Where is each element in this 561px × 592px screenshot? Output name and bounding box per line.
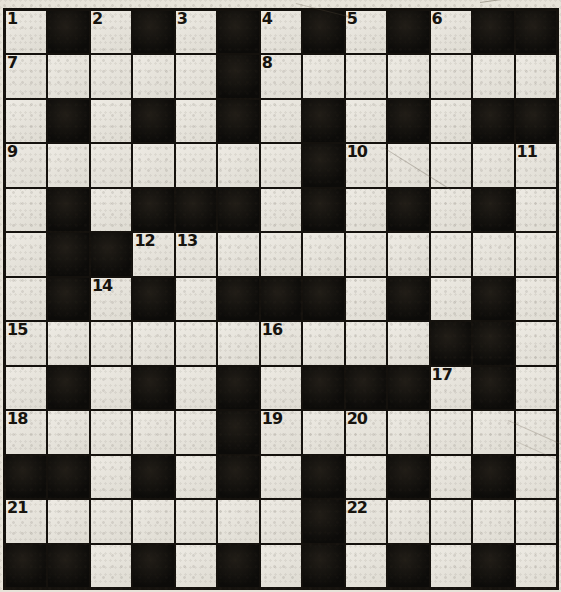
cell-r4c6[interactable] (218, 144, 258, 186)
cell-r13c3[interactable] (91, 545, 131, 587)
black-cell-r1c8 (303, 11, 343, 53)
black-cell-r4c8 (303, 144, 343, 186)
black-cell-r7c2 (48, 278, 88, 320)
black-cell-r7c8 (303, 278, 343, 320)
cell-r6c6[interactable] (218, 233, 258, 275)
black-cell-r13c10 (388, 545, 428, 587)
black-cell-r3c6 (218, 100, 258, 142)
clue-number-21: 21 (7, 499, 27, 517)
black-cell-r11c12 (473, 456, 513, 498)
cell-r1c11[interactable]: 6 (431, 11, 471, 53)
black-cell-r3c4 (133, 100, 173, 142)
black-cell-r7c4 (133, 278, 173, 320)
cell-r11c9[interactable] (346, 456, 386, 498)
cell-r1c7[interactable]: 4 (261, 11, 301, 53)
black-cell-r13c1 (6, 545, 46, 587)
cell-r5c13[interactable] (516, 189, 556, 231)
black-cell-r11c8 (303, 456, 343, 498)
cell-r2c7[interactable]: 8 (261, 55, 301, 97)
black-cell-r9c6 (218, 367, 258, 409)
clue-number-5: 5 (347, 10, 357, 28)
black-cell-r8c12 (473, 322, 513, 364)
clue-number-13: 13 (177, 232, 197, 250)
cell-r4c11[interactable] (431, 144, 471, 186)
cell-r6c12[interactable] (473, 233, 513, 275)
cell-r6c9[interactable] (346, 233, 386, 275)
cell-r2c8[interactable] (303, 55, 343, 97)
cell-r12c2[interactable] (48, 500, 88, 542)
cell-r7c1[interactable] (6, 278, 46, 320)
black-cell-r3c2 (48, 100, 88, 142)
black-cell-r9c2 (48, 367, 88, 409)
cell-r7c5[interactable] (176, 278, 216, 320)
cell-r12c4[interactable] (133, 500, 173, 542)
cell-r10c13[interactable] (516, 411, 556, 453)
cell-r4c9[interactable]: 10 (346, 144, 386, 186)
black-cell-r10c6 (218, 411, 258, 453)
cell-r8c9[interactable] (346, 322, 386, 364)
clue-number-12: 12 (134, 232, 154, 250)
black-cell-r6c2 (48, 233, 88, 275)
cell-r6c7[interactable] (261, 233, 301, 275)
cell-r9c5[interactable] (176, 367, 216, 409)
cell-r11c5[interactable] (176, 456, 216, 498)
cell-r3c7[interactable] (261, 100, 301, 142)
cell-r6c13[interactable] (516, 233, 556, 275)
cell-r3c5[interactable] (176, 100, 216, 142)
black-cell-r13c8 (303, 545, 343, 587)
cell-r10c10[interactable] (388, 411, 428, 453)
cell-r11c11[interactable] (431, 456, 471, 498)
black-cell-r11c4 (133, 456, 173, 498)
cell-r6c1[interactable] (6, 233, 46, 275)
cell-r2c4[interactable] (133, 55, 173, 97)
clue-number-3: 3 (177, 10, 187, 28)
cell-r4c2[interactable] (48, 144, 88, 186)
black-cell-r1c12 (473, 11, 513, 53)
cell-r3c1[interactable] (6, 100, 46, 142)
black-cell-r5c10 (388, 189, 428, 231)
cell-r9c1[interactable] (6, 367, 46, 409)
black-cell-r5c8 (303, 189, 343, 231)
black-cell-r7c10 (388, 278, 428, 320)
cell-r6c5[interactable]: 13 (176, 233, 216, 275)
cell-r1c3[interactable]: 2 (91, 11, 131, 53)
cell-r9c7[interactable] (261, 367, 301, 409)
black-cell-r5c5 (176, 189, 216, 231)
cell-r12c3[interactable] (91, 500, 131, 542)
black-cell-r9c10 (388, 367, 428, 409)
crossword-scan: 12345678910111213141516171819202122 (0, 0, 561, 592)
cell-r6c8[interactable] (303, 233, 343, 275)
clue-number-17: 17 (432, 366, 452, 384)
cell-r7c13[interactable] (516, 278, 556, 320)
cell-r2c11[interactable] (431, 55, 471, 97)
black-cell-r11c2 (48, 456, 88, 498)
black-cell-r13c6 (218, 545, 258, 587)
black-cell-r2c6 (218, 55, 258, 97)
cell-r8c1[interactable]: 15 (6, 322, 46, 364)
black-cell-r13c2 (48, 545, 88, 587)
cell-r7c11[interactable] (431, 278, 471, 320)
cell-r3c9[interactable] (346, 100, 386, 142)
cell-r4c5[interactable] (176, 144, 216, 186)
black-cell-r1c2 (48, 11, 88, 53)
black-cell-r3c8 (303, 100, 343, 142)
cell-r5c3[interactable] (91, 189, 131, 231)
clue-number-8: 8 (262, 54, 272, 72)
clue-number-10: 10 (347, 143, 367, 161)
scan-crease (480, 0, 535, 3)
clue-number-22: 22 (347, 499, 367, 517)
cell-r10c7[interactable]: 19 (261, 411, 301, 453)
cell-r10c4[interactable] (133, 411, 173, 453)
cell-r13c5[interactable] (176, 545, 216, 587)
clue-number-18: 18 (7, 410, 27, 428)
cell-r8c4[interactable] (133, 322, 173, 364)
cell-r8c2[interactable] (48, 322, 88, 364)
cell-r10c1[interactable]: 18 (6, 411, 46, 453)
black-cell-r9c8 (303, 367, 343, 409)
cell-r6c11[interactable] (431, 233, 471, 275)
cell-r2c10[interactable] (388, 55, 428, 97)
cell-r1c1[interactable]: 1 (6, 11, 46, 53)
cell-r2c2[interactable] (48, 55, 88, 97)
clue-number-2: 2 (92, 10, 102, 28)
cell-r11c7[interactable] (261, 456, 301, 498)
cell-r1c5[interactable]: 3 (176, 11, 216, 53)
cell-r10c3[interactable] (91, 411, 131, 453)
cell-r7c3[interactable]: 14 (91, 278, 131, 320)
cell-r8c7[interactable]: 16 (261, 322, 301, 364)
cell-r2c5[interactable] (176, 55, 216, 97)
cell-r12c13[interactable] (516, 500, 556, 542)
cell-r5c1[interactable] (6, 189, 46, 231)
clue-number-4: 4 (262, 10, 272, 28)
cell-r5c9[interactable] (346, 189, 386, 231)
cell-r2c9[interactable] (346, 55, 386, 97)
black-cell-r11c6 (218, 456, 258, 498)
cell-r2c3[interactable] (91, 55, 131, 97)
cell-r12c1[interactable]: 21 (6, 500, 46, 542)
cell-r2c1[interactable]: 7 (6, 55, 46, 97)
cell-r13c9[interactable] (346, 545, 386, 587)
cell-r11c3[interactable] (91, 456, 131, 498)
cell-r7c9[interactable] (346, 278, 386, 320)
black-cell-r7c12 (473, 278, 513, 320)
clue-number-16: 16 (262, 321, 282, 339)
cell-r12c9[interactable]: 22 (346, 500, 386, 542)
cell-r11c13[interactable] (516, 456, 556, 498)
cell-r3c3[interactable] (91, 100, 131, 142)
cell-r4c3[interactable] (91, 144, 131, 186)
cell-r9c3[interactable] (91, 367, 131, 409)
black-cell-r9c12 (473, 367, 513, 409)
black-cell-r3c10 (388, 100, 428, 142)
cell-r8c3[interactable] (91, 322, 131, 364)
clue-number-1: 1 (7, 10, 17, 28)
cell-r10c12[interactable] (473, 411, 513, 453)
cell-r9c11[interactable]: 17 (431, 367, 471, 409)
cell-r12c10[interactable] (388, 500, 428, 542)
cell-r12c11[interactable] (431, 500, 471, 542)
clue-number-20: 20 (347, 410, 367, 428)
clue-number-6: 6 (432, 10, 442, 28)
cell-r12c12[interactable] (473, 500, 513, 542)
black-cell-r11c10 (388, 456, 428, 498)
cell-r8c8[interactable] (303, 322, 343, 364)
cell-r2c12[interactable] (473, 55, 513, 97)
cell-r10c9[interactable]: 20 (346, 411, 386, 453)
black-cell-r3c13 (516, 100, 556, 142)
black-cell-r6c3 (91, 233, 131, 275)
cell-r4c4[interactable] (133, 144, 173, 186)
cell-r10c2[interactable] (48, 411, 88, 453)
cell-r5c11[interactable] (431, 189, 471, 231)
cell-r2c13[interactable] (516, 55, 556, 97)
cell-r4c10[interactable] (388, 144, 428, 186)
cell-r1c9[interactable]: 5 (346, 11, 386, 53)
black-cell-r1c6 (218, 11, 258, 53)
cell-r6c10[interactable] (388, 233, 428, 275)
black-cell-r5c2 (48, 189, 88, 231)
clue-number-7: 7 (7, 54, 17, 72)
black-cell-r9c4 (133, 367, 173, 409)
cell-r10c11[interactable] (431, 411, 471, 453)
cell-r8c5[interactable] (176, 322, 216, 364)
black-cell-r1c4 (133, 11, 173, 53)
cell-r12c7[interactable] (261, 500, 301, 542)
black-cell-r7c6 (218, 278, 258, 320)
cell-r10c5[interactable] (176, 411, 216, 453)
cell-r8c13[interactable] (516, 322, 556, 364)
clue-number-15: 15 (7, 321, 27, 339)
cell-r3c11[interactable] (431, 100, 471, 142)
clue-number-19: 19 (262, 410, 282, 428)
cell-r4c13[interactable]: 11 (516, 144, 556, 186)
cell-r9c13[interactable] (516, 367, 556, 409)
cell-r8c10[interactable] (388, 322, 428, 364)
cell-r8c6[interactable] (218, 322, 258, 364)
cell-r10c8[interactable] (303, 411, 343, 453)
black-cell-r3c12 (473, 100, 513, 142)
cell-r12c6[interactable] (218, 500, 258, 542)
black-cell-r5c4 (133, 189, 173, 231)
cell-r13c13[interactable] (516, 545, 556, 587)
black-cell-r8c11 (431, 322, 471, 364)
cell-r4c1[interactable]: 9 (6, 144, 46, 186)
black-cell-r1c10 (388, 11, 428, 53)
black-cell-r12c8 (303, 500, 343, 542)
clue-number-11: 11 (517, 143, 537, 161)
black-cell-r13c4 (133, 545, 173, 587)
cell-r13c7[interactable] (261, 545, 301, 587)
black-cell-r1c13 (516, 11, 556, 53)
clue-number-9: 9 (7, 143, 17, 161)
cell-r6c4[interactable]: 12 (133, 233, 173, 275)
cell-r5c7[interactable] (261, 189, 301, 231)
cell-r12c5[interactable] (176, 500, 216, 542)
clue-number-14: 14 (92, 277, 112, 295)
black-cell-r5c6 (218, 189, 258, 231)
black-cell-r9c9 (346, 367, 386, 409)
black-cell-r7c7 (261, 278, 301, 320)
black-cell-r5c12 (473, 189, 513, 231)
cell-r4c12[interactable] (473, 144, 513, 186)
crossword-grid: 12345678910111213141516171819202122 (3, 8, 559, 590)
cell-r13c11[interactable] (431, 545, 471, 587)
cell-r4c7[interactable] (261, 144, 301, 186)
black-cell-r13c12 (473, 545, 513, 587)
black-cell-r11c1 (6, 456, 46, 498)
